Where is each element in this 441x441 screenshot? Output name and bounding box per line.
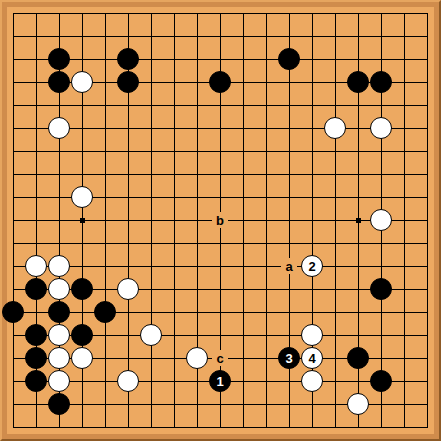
intersection-3-13 — [71, 301, 94, 324]
intersection-0-9 — [2, 209, 25, 232]
intersection-1-7 — [25, 163, 48, 186]
intersection-1-9 — [25, 209, 48, 232]
intersection-3-18 — [71, 416, 94, 439]
black-stone — [278, 48, 300, 70]
white-stone — [48, 278, 70, 300]
intersection-6-7 — [140, 163, 163, 186]
intersection-11-7 — [255, 163, 278, 186]
intersection-16-3 — [370, 71, 393, 94]
intersection-1-3 — [25, 71, 48, 94]
intersection-6-1 — [140, 25, 163, 48]
black-stone — [117, 71, 139, 93]
black-stone — [370, 370, 392, 392]
intersection-8-8 — [186, 186, 209, 209]
intersection-17-5 — [393, 117, 416, 140]
intersection-4-18 — [94, 416, 117, 439]
intersection-0-10 — [2, 232, 25, 255]
intersection-3-3 — [71, 71, 94, 94]
intersection-8-16 — [186, 370, 209, 393]
intersection-18-12 — [416, 278, 439, 301]
black-stone — [48, 301, 70, 323]
intersection-12-14 — [278, 324, 301, 347]
intersection-5-17 — [117, 393, 140, 416]
intersection-6-3 — [140, 71, 163, 94]
intersection-7-2 — [163, 48, 186, 71]
white-stone — [48, 347, 70, 369]
intersection-7-15 — [163, 347, 186, 370]
intersection-11-14 — [255, 324, 278, 347]
intersection-16-10 — [370, 232, 393, 255]
intersection-16-0 — [370, 2, 393, 25]
intersection-6-14 — [140, 324, 163, 347]
intersection-1-15 — [25, 347, 48, 370]
intersection-10-18 — [232, 416, 255, 439]
black-stone-move-3: 3 — [278, 347, 300, 369]
intersection-5-4 — [117, 94, 140, 117]
intersection-18-9 — [416, 209, 439, 232]
intersection-13-8 — [301, 186, 324, 209]
intersection-16-9 — [370, 209, 393, 232]
intersection-6-6 — [140, 140, 163, 163]
intersection-13-3 — [301, 71, 324, 94]
black-stone — [25, 347, 47, 369]
intersection-0-6 — [2, 140, 25, 163]
intersection-1-12 — [25, 278, 48, 301]
intersection-11-11 — [255, 255, 278, 278]
intersection-18-6 — [416, 140, 439, 163]
intersection-17-17 — [393, 393, 416, 416]
intersection-13-4 — [301, 94, 324, 117]
intersection-10-6 — [232, 140, 255, 163]
intersection-6-13 — [140, 301, 163, 324]
intersection-6-17 — [140, 393, 163, 416]
intersection-6-15 — [140, 347, 163, 370]
intersection-8-7 — [186, 163, 209, 186]
intersection-3-5 — [71, 117, 94, 140]
intersection-1-4 — [25, 94, 48, 117]
white-stone — [186, 347, 208, 369]
intersection-7-17 — [163, 393, 186, 416]
intersection-12-8 — [278, 186, 301, 209]
white-stone — [140, 324, 162, 346]
black-stone — [25, 278, 47, 300]
intersection-12-7 — [278, 163, 301, 186]
intersection-2-8 — [48, 186, 71, 209]
intersection-14-14 — [324, 324, 347, 347]
intersection-7-13 — [163, 301, 186, 324]
intersection-4-10 — [94, 232, 117, 255]
intersection-12-0 — [278, 2, 301, 25]
intersection-8-0 — [186, 2, 209, 25]
intersection-7-12 — [163, 278, 186, 301]
intersection-16-8 — [370, 186, 393, 209]
intersection-10-2 — [232, 48, 255, 71]
intersection-17-2 — [393, 48, 416, 71]
intersection-17-18 — [393, 416, 416, 439]
intersection-17-15 — [393, 347, 416, 370]
intersection-3-16 — [71, 370, 94, 393]
board-grid: ba2c341 — [2, 2, 439, 439]
intersection-10-3 — [232, 71, 255, 94]
intersection-7-7 — [163, 163, 186, 186]
white-stone — [324, 117, 346, 139]
intersection-8-4 — [186, 94, 209, 117]
intersection-16-17 — [370, 393, 393, 416]
intersection-2-13 — [48, 301, 71, 324]
intersection-2-4 — [48, 94, 71, 117]
point-label-b: b — [212, 212, 228, 228]
intersection-2-7 — [48, 163, 71, 186]
point-label-a: a — [281, 258, 297, 274]
intersection-1-1 — [25, 25, 48, 48]
intersection-18-18 — [416, 416, 439, 439]
intersection-7-3 — [163, 71, 186, 94]
intersection-13-2 — [301, 48, 324, 71]
intersection-15-11 — [347, 255, 370, 278]
intersection-9-9: b — [209, 209, 232, 232]
intersection-14-16 — [324, 370, 347, 393]
intersection-14-0 — [324, 2, 347, 25]
intersection-16-6 — [370, 140, 393, 163]
intersection-16-2 — [370, 48, 393, 71]
black-stone — [48, 393, 70, 415]
white-stone — [301, 370, 323, 392]
intersection-9-2 — [209, 48, 232, 71]
intersection-0-18 — [2, 416, 25, 439]
white-stone — [370, 117, 392, 139]
black-stone — [370, 71, 392, 93]
intersection-11-2 — [255, 48, 278, 71]
intersection-12-16 — [278, 370, 301, 393]
intersection-14-12 — [324, 278, 347, 301]
intersection-8-11 — [186, 255, 209, 278]
intersection-5-15 — [117, 347, 140, 370]
intersection-4-7 — [94, 163, 117, 186]
intersection-14-10 — [324, 232, 347, 255]
intersection-11-18 — [255, 416, 278, 439]
intersection-9-17 — [209, 393, 232, 416]
intersection-16-12 — [370, 278, 393, 301]
intersection-3-17 — [71, 393, 94, 416]
intersection-11-9 — [255, 209, 278, 232]
intersection-17-0 — [393, 2, 416, 25]
intersection-6-0 — [140, 2, 163, 25]
intersection-15-3 — [347, 71, 370, 94]
intersection-6-16 — [140, 370, 163, 393]
intersection-10-14 — [232, 324, 255, 347]
black-stone — [48, 71, 70, 93]
intersection-3-4 — [71, 94, 94, 117]
intersection-7-16 — [163, 370, 186, 393]
intersection-3-7 — [71, 163, 94, 186]
black-stone — [2, 301, 24, 323]
intersection-10-16 — [232, 370, 255, 393]
black-stone — [48, 48, 70, 70]
intersection-2-12 — [48, 278, 71, 301]
intersection-5-10 — [117, 232, 140, 255]
intersection-5-8 — [117, 186, 140, 209]
intersection-2-11 — [48, 255, 71, 278]
white-stone — [71, 186, 93, 208]
intersection-9-1 — [209, 25, 232, 48]
black-stone — [209, 71, 231, 93]
intersection-16-5 — [370, 117, 393, 140]
intersection-16-1 — [370, 25, 393, 48]
intersection-6-8 — [140, 186, 163, 209]
intersection-14-2 — [324, 48, 347, 71]
intersection-13-14 — [301, 324, 324, 347]
white-stone-move-2: 2 — [301, 255, 323, 277]
intersection-5-16 — [117, 370, 140, 393]
intersection-7-0 — [163, 2, 186, 25]
intersection-14-4 — [324, 94, 347, 117]
intersection-4-14 — [94, 324, 117, 347]
intersection-15-13 — [347, 301, 370, 324]
intersection-4-9 — [94, 209, 117, 232]
black-stone — [71, 278, 93, 300]
intersection-2-16 — [48, 370, 71, 393]
intersection-9-18 — [209, 416, 232, 439]
intersection-6-10 — [140, 232, 163, 255]
intersection-15-15 — [347, 347, 370, 370]
black-stone-move-1: 1 — [209, 370, 231, 392]
intersection-12-5 — [278, 117, 301, 140]
intersection-18-11 — [416, 255, 439, 278]
intersection-17-16 — [393, 370, 416, 393]
intersection-1-5 — [25, 117, 48, 140]
intersection-0-8 — [2, 186, 25, 209]
white-stone — [71, 347, 93, 369]
intersection-7-10 — [163, 232, 186, 255]
intersection-5-2 — [117, 48, 140, 71]
intersection-14-3 — [324, 71, 347, 94]
intersection-12-9 — [278, 209, 301, 232]
intersection-18-15 — [416, 347, 439, 370]
intersection-15-6 — [347, 140, 370, 163]
intersection-15-12 — [347, 278, 370, 301]
intersection-11-4 — [255, 94, 278, 117]
intersection-10-5 — [232, 117, 255, 140]
intersection-5-12 — [117, 278, 140, 301]
intersection-16-4 — [370, 94, 393, 117]
intersection-2-6 — [48, 140, 71, 163]
intersection-0-2 — [2, 48, 25, 71]
intersection-12-2 — [278, 48, 301, 71]
intersection-7-5 — [163, 117, 186, 140]
intersection-8-18 — [186, 416, 209, 439]
intersection-5-11 — [117, 255, 140, 278]
intersection-9-16: 1 — [209, 370, 232, 393]
intersection-5-3 — [117, 71, 140, 94]
intersection-2-14 — [48, 324, 71, 347]
intersection-7-1 — [163, 25, 186, 48]
intersection-8-9 — [186, 209, 209, 232]
intersection-15-17 — [347, 393, 370, 416]
intersection-5-1 — [117, 25, 140, 48]
intersection-2-1 — [48, 25, 71, 48]
intersection-2-9 — [48, 209, 71, 232]
intersection-9-15: c — [209, 347, 232, 370]
intersection-3-9 — [71, 209, 94, 232]
intersection-17-11 — [393, 255, 416, 278]
intersection-13-13 — [301, 301, 324, 324]
intersection-16-7 — [370, 163, 393, 186]
intersection-3-6 — [71, 140, 94, 163]
intersection-14-6 — [324, 140, 347, 163]
intersection-2-2 — [48, 48, 71, 71]
intersection-11-5 — [255, 117, 278, 140]
intersection-13-17 — [301, 393, 324, 416]
intersection-18-2 — [416, 48, 439, 71]
intersection-14-11 — [324, 255, 347, 278]
white-stone — [347, 393, 369, 415]
intersection-9-6 — [209, 140, 232, 163]
intersection-17-9 — [393, 209, 416, 232]
intersection-12-4 — [278, 94, 301, 117]
intersection-12-15: 3 — [278, 347, 301, 370]
white-stone — [48, 117, 70, 139]
intersection-9-11 — [209, 255, 232, 278]
intersection-5-5 — [117, 117, 140, 140]
intersection-4-1 — [94, 25, 117, 48]
intersection-2-3 — [48, 71, 71, 94]
intersection-17-13 — [393, 301, 416, 324]
intersection-10-9 — [232, 209, 255, 232]
intersection-10-12 — [232, 278, 255, 301]
intersection-14-17 — [324, 393, 347, 416]
intersection-11-3 — [255, 71, 278, 94]
black-stone — [347, 71, 369, 93]
intersection-15-4 — [347, 94, 370, 117]
intersection-8-17 — [186, 393, 209, 416]
intersection-8-12 — [186, 278, 209, 301]
intersection-14-15 — [324, 347, 347, 370]
intersection-5-18 — [117, 416, 140, 439]
intersection-13-18 — [301, 416, 324, 439]
intersection-3-10 — [71, 232, 94, 255]
white-stone-move-4: 4 — [301, 347, 323, 369]
intersection-4-13 — [94, 301, 117, 324]
intersection-18-4 — [416, 94, 439, 117]
intersection-8-5 — [186, 117, 209, 140]
intersection-7-14 — [163, 324, 186, 347]
intersection-15-7 — [347, 163, 370, 186]
intersection-6-18 — [140, 416, 163, 439]
intersection-18-0 — [416, 2, 439, 25]
intersection-8-1 — [186, 25, 209, 48]
intersection-0-16 — [2, 370, 25, 393]
intersection-15-5 — [347, 117, 370, 140]
intersection-6-11 — [140, 255, 163, 278]
intersection-10-10 — [232, 232, 255, 255]
intersection-14-5 — [324, 117, 347, 140]
intersection-5-0 — [117, 2, 140, 25]
intersection-6-9 — [140, 209, 163, 232]
intersection-18-14 — [416, 324, 439, 347]
intersection-10-4 — [232, 94, 255, 117]
intersection-2-17 — [48, 393, 71, 416]
intersection-4-5 — [94, 117, 117, 140]
intersection-4-11 — [94, 255, 117, 278]
intersection-4-6 — [94, 140, 117, 163]
intersection-16-18 — [370, 416, 393, 439]
intersection-0-12 — [2, 278, 25, 301]
intersection-9-0 — [209, 2, 232, 25]
intersection-16-11 — [370, 255, 393, 278]
intersection-10-11 — [232, 255, 255, 278]
intersection-18-13 — [416, 301, 439, 324]
intersection-7-11 — [163, 255, 186, 278]
intersection-14-18 — [324, 416, 347, 439]
intersection-18-7 — [416, 163, 439, 186]
intersection-4-12 — [94, 278, 117, 301]
white-stone — [71, 71, 93, 93]
intersection-1-2 — [25, 48, 48, 71]
intersection-8-14 — [186, 324, 209, 347]
black-stone — [117, 48, 139, 70]
intersection-15-1 — [347, 25, 370, 48]
intersection-0-3 — [2, 71, 25, 94]
intersection-0-15 — [2, 347, 25, 370]
intersection-8-15 — [186, 347, 209, 370]
intersection-1-8 — [25, 186, 48, 209]
intersection-0-5 — [2, 117, 25, 140]
intersection-10-15 — [232, 347, 255, 370]
intersection-0-7 — [2, 163, 25, 186]
intersection-12-10 — [278, 232, 301, 255]
intersection-1-10 — [25, 232, 48, 255]
intersection-11-0 — [255, 2, 278, 25]
intersection-12-11: a — [278, 255, 301, 278]
intersection-11-6 — [255, 140, 278, 163]
intersection-8-3 — [186, 71, 209, 94]
intersection-13-10 — [301, 232, 324, 255]
intersection-17-8 — [393, 186, 416, 209]
intersection-15-14 — [347, 324, 370, 347]
intersection-11-1 — [255, 25, 278, 48]
white-stone — [48, 255, 70, 277]
intersection-7-9 — [163, 209, 186, 232]
intersection-18-1 — [416, 25, 439, 48]
intersection-17-4 — [393, 94, 416, 117]
intersection-14-7 — [324, 163, 347, 186]
intersection-12-13 — [278, 301, 301, 324]
intersection-1-16 — [25, 370, 48, 393]
intersection-18-5 — [416, 117, 439, 140]
intersection-17-14 — [393, 324, 416, 347]
intersection-5-14 — [117, 324, 140, 347]
intersection-9-14 — [209, 324, 232, 347]
intersection-12-12 — [278, 278, 301, 301]
black-stone — [347, 347, 369, 369]
intersection-11-15 — [255, 347, 278, 370]
intersection-9-10 — [209, 232, 232, 255]
intersection-13-0 — [301, 2, 324, 25]
intersection-8-10 — [186, 232, 209, 255]
intersection-3-8 — [71, 186, 94, 209]
go-board-diagram: ba2c341 — [0, 0, 441, 441]
intersection-13-16 — [301, 370, 324, 393]
intersection-18-16 — [416, 370, 439, 393]
intersection-9-12 — [209, 278, 232, 301]
intersection-4-17 — [94, 393, 117, 416]
intersection-10-7 — [232, 163, 255, 186]
intersection-3-2 — [71, 48, 94, 71]
intersection-0-17 — [2, 393, 25, 416]
intersection-13-6 — [301, 140, 324, 163]
black-stone — [94, 301, 116, 323]
intersection-6-12 — [140, 278, 163, 301]
